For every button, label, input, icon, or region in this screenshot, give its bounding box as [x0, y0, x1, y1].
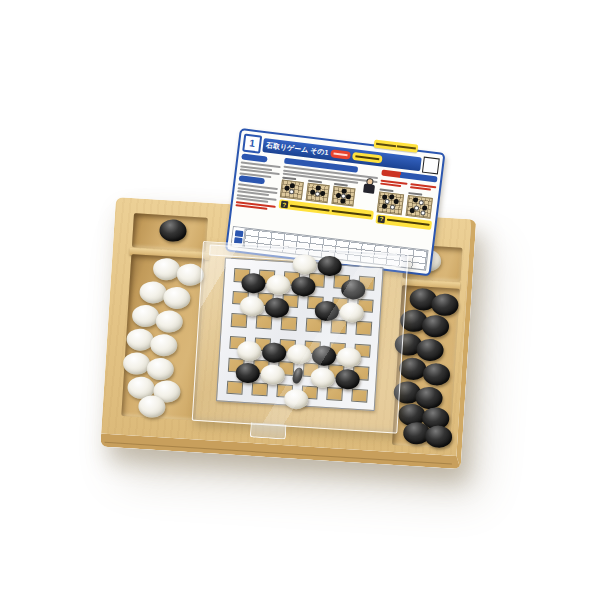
white-stone	[292, 253, 317, 274]
black-stone	[422, 363, 450, 387]
question-icon: ?	[281, 201, 289, 209]
left-tray-small-compartment	[132, 213, 208, 252]
black-stone-dot	[340, 198, 346, 204]
white-stone	[339, 301, 364, 322]
black-stone-dot	[382, 204, 388, 210]
black-stone-dot	[393, 199, 399, 205]
white-stone-dot	[389, 205, 395, 211]
black-stone	[261, 341, 286, 362]
white-stone	[310, 367, 335, 388]
tipped-stone	[291, 367, 304, 385]
board-stones-layer	[193, 242, 408, 432]
black-stone	[240, 272, 265, 293]
black-stone-dot	[320, 191, 326, 197]
example-diagrams-row	[377, 188, 436, 219]
black-stone	[159, 219, 187, 243]
white-stone	[138, 395, 166, 419]
black-stone	[314, 300, 339, 321]
white-stone-dot	[420, 210, 426, 216]
card-yellow-pill	[352, 151, 383, 163]
white-stone	[146, 357, 174, 381]
card-title: 石取りゲーム その1	[266, 140, 329, 158]
black-stone	[421, 314, 449, 338]
card-left-column	[233, 152, 281, 228]
white-stone	[150, 333, 178, 357]
black-stone	[416, 338, 444, 362]
white-stone	[155, 310, 183, 334]
acrylic-grid-plate	[192, 241, 409, 434]
mini-board-diagram	[377, 191, 404, 215]
card-middle-column: ?	[276, 158, 379, 241]
plate-front-tab	[250, 422, 287, 439]
black-stone	[431, 293, 459, 317]
white-stone	[163, 286, 191, 310]
black-stone	[424, 425, 452, 449]
black-stone-dot	[315, 185, 321, 191]
black-stone	[317, 255, 342, 276]
mini-board-diagram	[406, 194, 433, 218]
white-stone-dot	[414, 205, 420, 211]
black-stone	[235, 362, 260, 383]
character-body	[363, 184, 375, 194]
white-stone	[283, 388, 308, 409]
black-stone	[334, 369, 359, 390]
white-stone	[236, 340, 261, 361]
black-stone	[290, 276, 315, 297]
white-stone	[239, 295, 264, 316]
white-stone	[286, 343, 311, 364]
card-red-pill	[330, 149, 351, 159]
black-stone	[340, 279, 365, 300]
product-photo: 1 石取りゲーム その1	[0, 0, 600, 600]
mini-board-diagram	[306, 183, 330, 204]
white-stone	[336, 346, 361, 367]
card-right-column: ?	[373, 170, 437, 248]
mini-board-diagram	[280, 180, 304, 201]
card-number: 1	[242, 133, 262, 153]
black-stone-dot	[409, 208, 415, 214]
white-stone	[265, 274, 290, 295]
sensei-character-illustration	[363, 178, 376, 196]
white-stone-dot	[315, 191, 321, 197]
black-stone-dot	[413, 197, 419, 203]
question-icon: ?	[378, 215, 386, 223]
qr-code	[422, 156, 440, 174]
mini-board-diagram	[331, 186, 355, 207]
white-stone	[260, 364, 285, 385]
black-stone-dot	[346, 194, 352, 200]
black-stone	[311, 345, 336, 366]
white-stone-dot	[289, 189, 295, 195]
black-stone	[264, 297, 289, 318]
